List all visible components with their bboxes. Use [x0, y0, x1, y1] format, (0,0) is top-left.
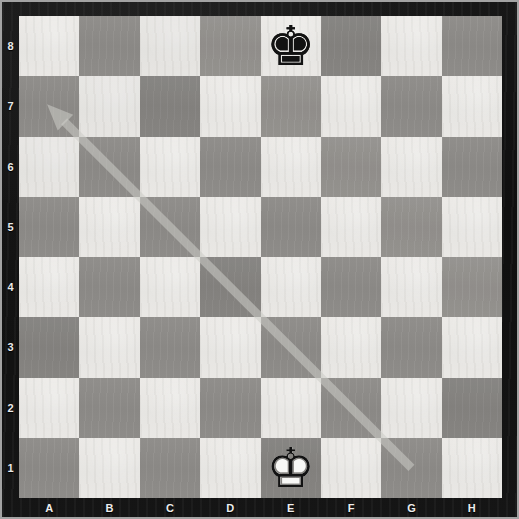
square-h4[interactable]: [442, 257, 502, 317]
square-e3[interactable]: [261, 317, 321, 377]
square-a6[interactable]: [19, 137, 79, 197]
square-b3[interactable]: [79, 317, 139, 377]
square-h8[interactable]: [442, 16, 502, 76]
square-c4[interactable]: [140, 257, 200, 317]
rank-label-7: 7: [2, 76, 19, 136]
square-e4[interactable]: [261, 257, 321, 317]
white-king-glyph-outline: ♔: [261, 438, 321, 498]
square-d1[interactable]: [200, 438, 260, 498]
square-h2[interactable]: [442, 378, 502, 438]
square-a5[interactable]: [19, 197, 79, 257]
rank-label-4: 4: [2, 257, 19, 317]
square-b8[interactable]: [79, 16, 139, 76]
square-g8[interactable]: [381, 16, 441, 76]
square-d8[interactable]: [200, 16, 260, 76]
square-e2[interactable]: [261, 378, 321, 438]
rank-label-8: 8: [2, 16, 19, 76]
board: ♚♚♚♔: [19, 16, 502, 498]
square-g6[interactable]: [381, 137, 441, 197]
rank-label-5: 5: [2, 197, 19, 257]
square-d5[interactable]: [200, 197, 260, 257]
square-a4[interactable]: [19, 257, 79, 317]
square-c2[interactable]: [140, 378, 200, 438]
file-label-g: G: [381, 498, 441, 517]
square-f3[interactable]: [321, 317, 381, 377]
square-f7[interactable]: [321, 76, 381, 136]
black-king-e8[interactable]: ♚♚: [261, 16, 321, 76]
square-a8[interactable]: [19, 16, 79, 76]
file-label-d: D: [200, 498, 260, 517]
square-f5[interactable]: [321, 197, 381, 257]
chess-board-diagram: 87654321 ABCDEFGH ♚♚♚♔: [0, 0, 519, 519]
rank-label-1: 1: [2, 438, 19, 498]
file-label-f: F: [321, 498, 381, 517]
square-h6[interactable]: [442, 137, 502, 197]
square-c8[interactable]: [140, 16, 200, 76]
square-a1[interactable]: [19, 438, 79, 498]
square-e6[interactable]: [261, 137, 321, 197]
square-h3[interactable]: [442, 317, 502, 377]
square-d6[interactable]: [200, 137, 260, 197]
square-c6[interactable]: [140, 137, 200, 197]
file-label-b: B: [79, 498, 139, 517]
file-label-a: A: [19, 498, 79, 517]
square-c1[interactable]: [140, 438, 200, 498]
square-h1[interactable]: [442, 438, 502, 498]
square-e5[interactable]: [261, 197, 321, 257]
file-label-h: H: [442, 498, 502, 517]
square-b5[interactable]: [79, 197, 139, 257]
rank-labels: 87654321: [2, 16, 19, 498]
square-b1[interactable]: [79, 438, 139, 498]
file-label-c: C: [140, 498, 200, 517]
square-g5[interactable]: [381, 197, 441, 257]
square-f2[interactable]: [321, 378, 381, 438]
square-h5[interactable]: [442, 197, 502, 257]
square-b2[interactable]: [79, 378, 139, 438]
file-label-e: E: [261, 498, 321, 517]
square-a7[interactable]: [19, 76, 79, 136]
square-g2[interactable]: [381, 378, 441, 438]
square-c3[interactable]: [140, 317, 200, 377]
square-g1[interactable]: [381, 438, 441, 498]
rank-label-2: 2: [2, 378, 19, 438]
square-b7[interactable]: [79, 76, 139, 136]
square-f4[interactable]: [321, 257, 381, 317]
square-g7[interactable]: [381, 76, 441, 136]
square-f8[interactable]: [321, 16, 381, 76]
square-c5[interactable]: [140, 197, 200, 257]
square-d7[interactable]: [200, 76, 260, 136]
square-a3[interactable]: [19, 317, 79, 377]
square-g3[interactable]: [381, 317, 441, 377]
rank-label-6: 6: [2, 137, 19, 197]
square-d2[interactable]: [200, 378, 260, 438]
square-e7[interactable]: [261, 76, 321, 136]
white-king-e1[interactable]: ♚♔: [261, 438, 321, 498]
rank-label-3: 3: [2, 317, 19, 377]
square-b6[interactable]: [79, 137, 139, 197]
square-g4[interactable]: [381, 257, 441, 317]
file-labels: ABCDEFGH: [19, 498, 502, 517]
square-f6[interactable]: [321, 137, 381, 197]
black-king-glyph-outline: ♚: [261, 16, 321, 76]
square-d4[interactable]: [200, 257, 260, 317]
square-a2[interactable]: [19, 378, 79, 438]
square-d3[interactable]: [200, 317, 260, 377]
square-c7[interactable]: [140, 76, 200, 136]
square-f1[interactable]: [321, 438, 381, 498]
square-h7[interactable]: [442, 76, 502, 136]
square-b4[interactable]: [79, 257, 139, 317]
